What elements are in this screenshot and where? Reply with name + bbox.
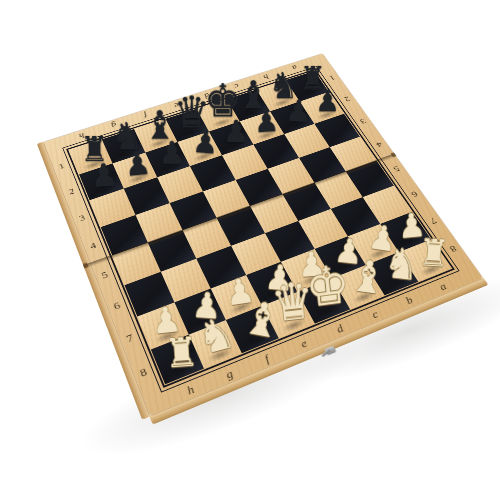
product-photo-canvas: 12345678 12345678 hgfedcba hgfedcba ♜♞♝♛… [0, 0, 500, 500]
piece-white-rook-h8[interactable]: ♜ [159, 331, 203, 374]
perspective-scene: 12345678 12345678 hgfedcba hgfedcba ♜♞♝♛… [0, 0, 500, 500]
chess-board: 12345678 12345678 hgfedcba hgfedcba ♜♞♝♛… [44, 54, 483, 416]
clasp-latch-icon [319, 344, 341, 359]
piece-white-bishop-f8[interactable]: ♝ [238, 293, 285, 345]
piece-white-bishop-c8[interactable]: ♝ [346, 252, 390, 301]
